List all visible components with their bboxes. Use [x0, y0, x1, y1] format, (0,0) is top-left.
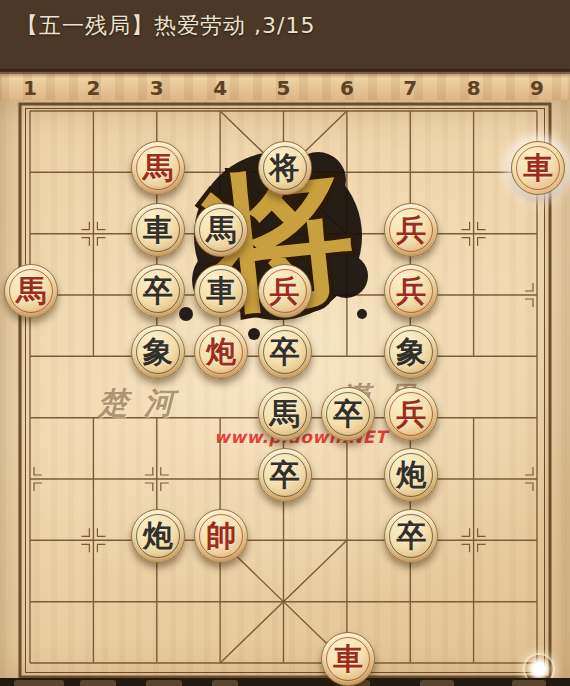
piece-glyph: 卒	[270, 460, 300, 490]
red-soldier[interactable]: 兵	[384, 264, 438, 318]
black-horse[interactable]: 馬	[194, 203, 248, 257]
file-label-2: 2	[80, 75, 106, 101]
black-general[interactable]: 将	[258, 141, 312, 195]
black-soldier[interactable]: 卒	[131, 264, 185, 318]
file-label-8: 8	[461, 75, 487, 101]
piece-glyph: 将	[270, 153, 300, 183]
piece-glyph: 卒	[143, 276, 173, 306]
red-soldier[interactable]: 兵	[258, 264, 312, 318]
red-chariot[interactable]: 車	[321, 632, 375, 686]
piece-glyph: 馬	[16, 276, 46, 306]
black-soldier[interactable]: 卒	[258, 448, 312, 502]
piece-glyph: 炮	[143, 521, 173, 551]
file-label-1: 1	[17, 75, 43, 101]
piece-glyph: 車	[523, 153, 553, 183]
xiangqi-board[interactable]: 楚河 漢界 馬車兵馬兵兵炮兵帥車将車馬卒車象卒象馬卒卒炮炮卒 将 www.pid…	[0, 100, 570, 686]
river-label-chu-he: 楚河	[98, 383, 190, 424]
red-chariot[interactable]: 車	[511, 141, 565, 195]
file-label-9: 9	[524, 75, 550, 101]
xiangqi-game-screen: 【五一残局】热爱劳动 ,3/15 123456789 楚河 漢界 馬車兵馬兵兵炮…	[0, 0, 570, 686]
black-horse[interactable]: 馬	[258, 387, 312, 441]
file-label-7: 7	[397, 75, 423, 101]
file-label-4: 4	[207, 75, 233, 101]
black-chariot[interactable]: 車	[194, 264, 248, 318]
piece-glyph: 帥	[206, 521, 236, 551]
piece-glyph: 炮	[206, 337, 236, 367]
piece-glyph: 車	[333, 644, 363, 674]
red-soldier[interactable]: 兵	[384, 387, 438, 441]
piece-glyph: 馬	[206, 215, 236, 245]
red-horse[interactable]: 馬	[131, 141, 185, 195]
piece-glyph: 兵	[396, 215, 426, 245]
red-cannon[interactable]: 炮	[194, 325, 248, 379]
red-horse[interactable]: 馬	[4, 264, 58, 318]
black-soldier[interactable]: 卒	[321, 387, 375, 441]
piece-glyph: 車	[206, 276, 236, 306]
piece-glyph: 象	[396, 337, 426, 367]
piece-glyph: 卒	[333, 399, 363, 429]
file-label-3: 3	[144, 75, 170, 101]
file-label-5: 5	[271, 75, 297, 101]
piece-glyph: 卒	[396, 521, 426, 551]
piece-glyph: 兵	[270, 276, 300, 306]
header-bar: 【五一残局】热爱劳动 ,3/15	[0, 0, 570, 72]
piece-glyph: 兵	[396, 276, 426, 306]
piece-glyph: 兵	[396, 399, 426, 429]
black-chariot[interactable]: 車	[131, 203, 185, 257]
black-cannon[interactable]: 炮	[384, 448, 438, 502]
puzzle-title: 【五一残局】热爱劳动 ,3/15	[16, 11, 315, 41]
file-number-strip: 123456789	[0, 72, 570, 102]
red-soldier[interactable]: 兵	[384, 203, 438, 257]
red-general[interactable]: 帥	[194, 509, 248, 563]
bottom-cutoff-strip	[0, 678, 570, 686]
piece-glyph: 車	[143, 215, 173, 245]
piece-glyph: 馬	[270, 399, 300, 429]
piece-glyph: 炮	[396, 460, 426, 490]
black-elephant[interactable]: 象	[131, 325, 185, 379]
black-cannon[interactable]: 炮	[131, 509, 185, 563]
piece-glyph: 卒	[270, 337, 300, 367]
black-soldier[interactable]: 卒	[258, 325, 312, 379]
piece-glyph: 馬	[143, 153, 173, 183]
piece-glyph: 象	[143, 337, 173, 367]
file-label-6: 6	[334, 75, 360, 101]
